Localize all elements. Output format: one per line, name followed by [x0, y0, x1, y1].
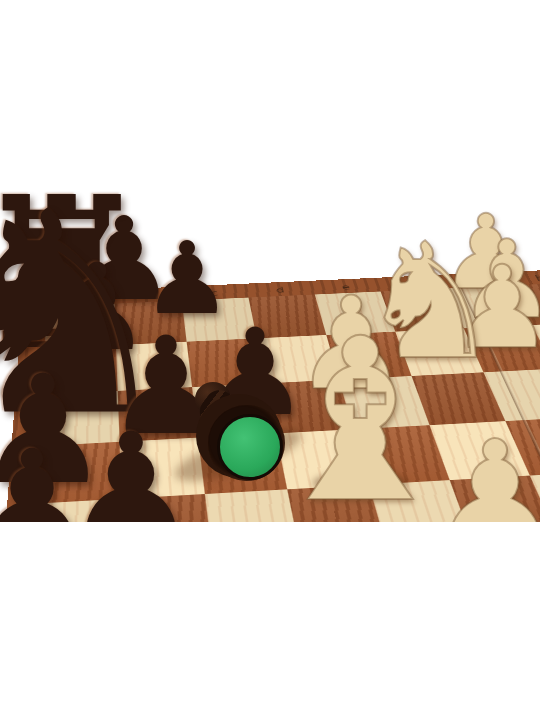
- black-pawn: ♟: [0, 432, 95, 522]
- pieces-layer: ♟♟♟♟♜♟♟♞♟♞♟♟♟♝♟♟♟: [0, 0, 540, 522]
- scene-clip: abcdefgh ♟♟♟♟♜♟♟♞♟♞♟♟♟♝♟♟♟: [0, 0, 540, 522]
- white-pawn: ♟: [427, 421, 540, 522]
- chess-product-photo: abcdefgh ♟♟♟♟♜♟♟♞♟♞♟♟♟♝♟♟♟: [0, 0, 540, 720]
